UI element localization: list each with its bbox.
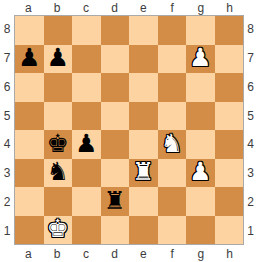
black-pawn[interactable]: ♟ [47, 45, 69, 70]
file-label-g: g [187, 247, 216, 261]
square-a6[interactable] [15, 73, 44, 102]
file-label-b: b [43, 1, 72, 15]
white-king[interactable]: ♚ [47, 216, 69, 241]
square-b3[interactable]: ♞ [44, 159, 73, 188]
rank-label-6: 6 [0, 73, 14, 102]
square-c2[interactable] [72, 187, 101, 216]
square-d5[interactable] [101, 102, 130, 131]
square-d4[interactable] [101, 130, 130, 159]
rank-label-8: 8 [0, 15, 14, 44]
square-g3[interactable]: ♟ [186, 159, 215, 188]
square-e3[interactable]: ♜ [129, 159, 158, 188]
square-a5[interactable] [15, 102, 44, 131]
square-e8[interactable] [129, 16, 158, 45]
corner-bottom-left [0, 245, 14, 262]
white-pawn[interactable]: ♟ [189, 45, 211, 70]
rank-labels-right: 87654321 [244, 15, 257, 245]
file-label-c: c [72, 247, 101, 261]
rank-label-2: 2 [0, 188, 14, 217]
file-label-a: a [14, 1, 43, 15]
black-pawn[interactable]: ♟ [18, 45, 40, 70]
square-a1[interactable] [15, 216, 44, 245]
black-pawn[interactable]: ♟ [75, 131, 97, 156]
square-b5[interactable] [44, 102, 73, 131]
rank-label-6: 6 [244, 73, 257, 102]
square-h5[interactable] [215, 102, 244, 131]
rank-label-3: 3 [244, 159, 257, 188]
black-knight[interactable]: ♞ [47, 159, 69, 184]
file-label-e: e [129, 247, 158, 261]
rank-label-7: 7 [0, 44, 14, 73]
file-label-h: h [215, 1, 244, 15]
square-h8[interactable] [215, 16, 244, 45]
square-c4[interactable]: ♟ [72, 130, 101, 159]
square-e2[interactable] [129, 187, 158, 216]
square-a7[interactable]: ♟ [15, 45, 44, 74]
chess-board: ♟♟♟♚♟♞♞♜♟♜♚ [14, 15, 244, 245]
square-g6[interactable] [186, 73, 215, 102]
file-label-d: d [100, 247, 129, 261]
square-c6[interactable] [72, 73, 101, 102]
square-h3[interactable] [215, 159, 244, 188]
rank-label-5: 5 [244, 101, 257, 130]
file-label-h: h [215, 247, 244, 261]
square-d3[interactable] [101, 159, 130, 188]
file-label-d: d [100, 1, 129, 15]
square-g1[interactable] [186, 216, 215, 245]
square-e6[interactable] [129, 73, 158, 102]
rank-labels-left: 87654321 [0, 15, 14, 245]
square-d8[interactable] [101, 16, 130, 45]
file-label-e: e [129, 1, 158, 15]
rank-label-2: 2 [244, 188, 257, 217]
file-labels-bottom: abcdefgh [14, 245, 244, 262]
corner-bottom-right [244, 245, 257, 262]
square-h4[interactable] [215, 130, 244, 159]
white-knight[interactable]: ♞ [161, 131, 183, 156]
rank-label-3: 3 [0, 159, 14, 188]
square-h6[interactable] [215, 73, 244, 102]
square-e7[interactable] [129, 45, 158, 74]
rank-label-1: 1 [244, 216, 257, 245]
square-f2[interactable] [158, 187, 187, 216]
chess-diagram: abcdefgh 87654321 ♟♟♟♚♟♞♞♜♟♜♚ 87654321 a… [0, 0, 257, 262]
file-label-f: f [158, 247, 187, 261]
file-label-f: f [158, 1, 187, 15]
square-h1[interactable] [215, 216, 244, 245]
square-b6[interactable] [44, 73, 73, 102]
rank-label-7: 7 [244, 44, 257, 73]
square-f3[interactable] [158, 159, 187, 188]
corner-top-left [0, 0, 14, 15]
rank-label-1: 1 [0, 216, 14, 245]
rank-label-4: 4 [244, 130, 257, 159]
square-d6[interactable] [101, 73, 130, 102]
square-c5[interactable] [72, 102, 101, 131]
square-g2[interactable] [186, 187, 215, 216]
square-e4[interactable] [129, 130, 158, 159]
black-king[interactable]: ♚ [47, 131, 69, 156]
file-labels-top: abcdefgh [14, 0, 244, 15]
square-c7[interactable] [72, 45, 101, 74]
square-g5[interactable] [186, 102, 215, 131]
square-a4[interactable] [15, 130, 44, 159]
square-g7[interactable]: ♟ [186, 45, 215, 74]
square-a8[interactable] [15, 16, 44, 45]
square-b8[interactable] [44, 16, 73, 45]
square-e1[interactable] [129, 216, 158, 245]
file-label-a: a [14, 247, 43, 261]
square-c1[interactable] [72, 216, 101, 245]
square-c3[interactable] [72, 159, 101, 188]
white-rook[interactable]: ♜ [132, 159, 154, 184]
file-label-c: c [72, 1, 101, 15]
square-h2[interactable] [215, 187, 244, 216]
square-b2[interactable] [44, 187, 73, 216]
square-f7[interactable] [158, 45, 187, 74]
file-label-g: g [187, 1, 216, 15]
square-f6[interactable] [158, 73, 187, 102]
square-e5[interactable] [129, 102, 158, 131]
rank-label-4: 4 [0, 130, 14, 159]
corner-top-right [244, 0, 257, 15]
square-f4[interactable]: ♞ [158, 130, 187, 159]
square-a3[interactable] [15, 159, 44, 188]
white-pawn[interactable]: ♟ [189, 159, 211, 184]
file-label-b: b [43, 247, 72, 261]
square-d7[interactable] [101, 45, 130, 74]
square-b7[interactable]: ♟ [44, 45, 73, 74]
rank-label-5: 5 [0, 101, 14, 130]
square-g8[interactable] [186, 16, 215, 45]
square-d1[interactable] [101, 216, 130, 245]
square-h7[interactable] [215, 45, 244, 74]
square-b1[interactable]: ♚ [44, 216, 73, 245]
square-d2[interactable]: ♜ [101, 187, 130, 216]
square-f8[interactable] [158, 16, 187, 45]
square-f5[interactable] [158, 102, 187, 131]
square-g4[interactable] [186, 130, 215, 159]
square-c8[interactable] [72, 16, 101, 45]
square-a2[interactable] [15, 187, 44, 216]
square-b4[interactable]: ♚ [44, 130, 73, 159]
square-f1[interactable] [158, 216, 187, 245]
rank-label-8: 8 [244, 15, 257, 44]
black-rook[interactable]: ♜ [104, 188, 126, 213]
